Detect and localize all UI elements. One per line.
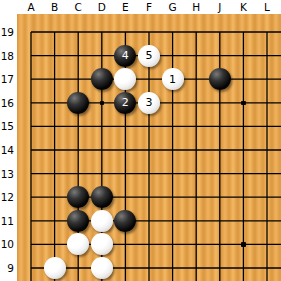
row-label-19: 19: [0, 24, 14, 40]
row-label-15: 15: [0, 118, 14, 134]
stone-white-D11[interactable]: [91, 210, 113, 232]
stone-black-E18[interactable]: 4: [114, 45, 136, 67]
stone-white-C10[interactable]: [67, 233, 89, 255]
col-label-K: K: [232, 0, 256, 14]
col-label-G: G: [161, 0, 185, 14]
stone-black-C16[interactable]: [67, 92, 89, 114]
row-label-18: 18: [0, 48, 14, 64]
col-label-C: C: [66, 0, 90, 14]
col-label-L: L: [255, 0, 279, 14]
stone-black-E16[interactable]: 2: [114, 92, 136, 114]
move-number-3: 3: [145, 97, 152, 108]
stone-black-D17[interactable]: [91, 68, 113, 90]
star-point-K10: [241, 242, 246, 247]
stone-white-D9[interactable]: [91, 257, 113, 279]
row-label-13: 13: [0, 166, 14, 182]
stone-white-G17[interactable]: 1: [162, 68, 184, 90]
star-point-K16: [241, 101, 246, 106]
stone-white-F16[interactable]: 3: [138, 92, 160, 114]
stone-white-B9[interactable]: [44, 257, 66, 279]
go-board-diagram: ABCDEFGHJKL 191817161514131211109 45123: [0, 0, 281, 281]
stone-black-J17[interactable]: [209, 68, 231, 90]
row-label-12: 12: [0, 189, 14, 205]
row-label-16: 16: [0, 95, 14, 111]
col-label-A: A: [19, 0, 43, 14]
star-point-D16: [100, 101, 105, 106]
stone-black-C12[interactable]: [67, 186, 89, 208]
stone-white-F18[interactable]: 5: [138, 45, 160, 67]
row-label-17: 17: [0, 71, 14, 87]
stone-white-D10[interactable]: [91, 233, 113, 255]
stone-black-C11[interactable]: [67, 210, 89, 232]
row-label-10: 10: [0, 236, 14, 252]
col-label-B: B: [43, 0, 67, 14]
row-label-11: 11: [0, 213, 14, 229]
col-label-F: F: [137, 0, 161, 14]
stone-black-D12[interactable]: [91, 186, 113, 208]
col-label-E: E: [114, 0, 138, 14]
col-label-H: H: [184, 0, 208, 14]
board-grid[interactable]: 45123: [19, 20, 279, 280]
row-label-14: 14: [0, 142, 14, 158]
row-label-9: 9: [0, 260, 14, 276]
move-number-2: 2: [122, 97, 129, 108]
stone-white-E17[interactable]: [114, 68, 136, 90]
move-number-1: 1: [169, 74, 176, 85]
col-label-D: D: [90, 0, 114, 14]
move-number-4: 4: [122, 50, 129, 61]
stone-black-E11[interactable]: [114, 210, 136, 232]
col-label-J: J: [208, 0, 232, 14]
move-number-5: 5: [145, 50, 152, 61]
